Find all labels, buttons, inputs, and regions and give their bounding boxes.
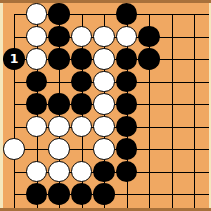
move-number-label: 1: [10, 53, 19, 66]
black-stone: [116, 116, 138, 138]
go-board: 1: [0, 0, 211, 211]
white-stone: [93, 71, 115, 93]
black-stone: [93, 183, 115, 205]
black-stone: [138, 26, 160, 48]
black-stone: [138, 48, 160, 70]
white-stone: [26, 116, 48, 138]
black-stone: [93, 161, 115, 183]
white-stone: [71, 26, 93, 48]
black-stone: [116, 71, 138, 93]
black-stone: [116, 3, 138, 25]
grid-vline: [172, 14, 173, 209]
black-stone: [116, 161, 138, 183]
white-stone: [26, 48, 48, 70]
black-stone: [48, 183, 70, 205]
white-stone: [48, 161, 70, 183]
white-stone: [3, 138, 25, 160]
white-stone: [48, 138, 70, 160]
move-1-stone: 1: [3, 48, 25, 70]
white-stone: [93, 26, 115, 48]
black-stone: [71, 48, 93, 70]
black-stone: [48, 26, 70, 48]
black-stone: [116, 93, 138, 115]
black-stone: [71, 71, 93, 93]
white-stone: [93, 93, 115, 115]
white-stone: [93, 48, 115, 70]
black-stone: [48, 48, 70, 70]
white-stone: [93, 116, 115, 138]
white-stone: [26, 26, 48, 48]
black-stone: [48, 93, 70, 115]
white-stone: [93, 138, 115, 160]
black-stone: [71, 93, 93, 115]
board-frame-top: [0, 0, 211, 3]
board-frame-bottom: [0, 208, 211, 211]
black-stone: [26, 183, 48, 205]
black-stone: [71, 183, 93, 205]
black-stone: [116, 138, 138, 160]
grid-vline: [14, 14, 15, 209]
black-stone: [26, 93, 48, 115]
grid-vline: [194, 14, 195, 209]
white-stone: [71, 161, 93, 183]
white-stone: [26, 161, 48, 183]
black-stone: [48, 3, 70, 25]
black-stone: [116, 48, 138, 70]
white-stone: [26, 3, 48, 25]
white-stone: [116, 26, 138, 48]
white-stone: [71, 116, 93, 138]
board-frame-left: [0, 0, 3, 211]
black-stone: [26, 71, 48, 93]
white-stone: [48, 116, 70, 138]
board-frame-right: [209, 0, 211, 211]
